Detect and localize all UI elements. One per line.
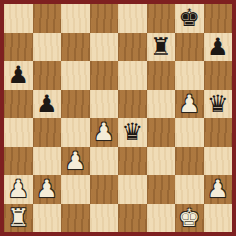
square-g2[interactable] (175, 175, 204, 204)
piece-white-rook-a1[interactable]: ♜ (7, 204, 29, 232)
square-d2[interactable] (90, 175, 119, 204)
square-d5[interactable] (90, 90, 119, 119)
square-c1[interactable] (61, 204, 90, 233)
square-a4[interactable] (4, 118, 33, 147)
square-e2[interactable] (118, 175, 147, 204)
square-f3[interactable] (147, 147, 176, 176)
square-f4[interactable] (147, 118, 176, 147)
square-a6[interactable]: ♟ (4, 61, 33, 90)
square-f5[interactable] (147, 90, 176, 119)
square-b3[interactable] (33, 147, 62, 176)
square-h5[interactable]: ♛ (204, 90, 233, 119)
square-d1[interactable] (90, 204, 119, 233)
chess-board-frame: ♚♜♟♟♟♟♛♟♛♟♟♟♟♜♚ (0, 0, 236, 236)
piece-white-pawn-h2[interactable]: ♟ (207, 175, 229, 203)
piece-black-pawn-h7[interactable]: ♟ (207, 33, 229, 61)
square-e6[interactable] (118, 61, 147, 90)
square-f1[interactable] (147, 204, 176, 233)
square-d4[interactable]: ♟ (90, 118, 119, 147)
square-f7[interactable]: ♜ (147, 33, 176, 62)
square-e3[interactable] (118, 147, 147, 176)
square-d7[interactable] (90, 33, 119, 62)
square-h7[interactable]: ♟ (204, 33, 233, 62)
square-c2[interactable] (61, 175, 90, 204)
square-g5[interactable]: ♟ (175, 90, 204, 119)
square-b4[interactable] (33, 118, 62, 147)
square-b6[interactable] (33, 61, 62, 90)
square-a5[interactable] (4, 90, 33, 119)
square-h4[interactable] (204, 118, 233, 147)
square-c3[interactable]: ♟ (61, 147, 90, 176)
square-g8[interactable]: ♚ (175, 4, 204, 33)
square-c5[interactable] (61, 90, 90, 119)
chess-board: ♚♜♟♟♟♟♛♟♛♟♟♟♟♜♚ (4, 4, 232, 232)
square-b7[interactable] (33, 33, 62, 62)
square-h2[interactable]: ♟ (204, 175, 233, 204)
square-h3[interactable] (204, 147, 233, 176)
square-e8[interactable] (118, 4, 147, 33)
square-c6[interactable] (61, 61, 90, 90)
square-d8[interactable] (90, 4, 119, 33)
square-e1[interactable] (118, 204, 147, 233)
square-c7[interactable] (61, 33, 90, 62)
piece-black-queen-h5[interactable]: ♛ (207, 90, 229, 118)
piece-white-pawn-d4[interactable]: ♟ (93, 118, 115, 146)
square-e5[interactable] (118, 90, 147, 119)
piece-white-pawn-a2[interactable]: ♟ (7, 175, 29, 203)
piece-black-king-g8[interactable]: ♚ (178, 4, 200, 32)
square-g7[interactable] (175, 33, 204, 62)
piece-black-pawn-a6[interactable]: ♟ (7, 61, 29, 89)
square-d6[interactable] (90, 61, 119, 90)
square-b5[interactable]: ♟ (33, 90, 62, 119)
square-g6[interactable] (175, 61, 204, 90)
square-b1[interactable] (33, 204, 62, 233)
piece-white-king-g1[interactable]: ♚ (178, 204, 200, 232)
square-c4[interactable] (61, 118, 90, 147)
piece-white-pawn-c3[interactable]: ♟ (64, 147, 86, 175)
square-e7[interactable] (118, 33, 147, 62)
piece-black-pawn-b5[interactable]: ♟ (36, 90, 58, 118)
square-c8[interactable] (61, 4, 90, 33)
square-a2[interactable]: ♟ (4, 175, 33, 204)
square-a7[interactable] (4, 33, 33, 62)
square-f6[interactable] (147, 61, 176, 90)
piece-white-pawn-b2[interactable]: ♟ (36, 175, 58, 203)
square-f2[interactable] (147, 175, 176, 204)
square-a3[interactable] (4, 147, 33, 176)
square-b2[interactable]: ♟ (33, 175, 62, 204)
square-b8[interactable] (33, 4, 62, 33)
square-a1[interactable]: ♜ (4, 204, 33, 233)
piece-white-pawn-g5[interactable]: ♟ (178, 90, 200, 118)
square-g1[interactable]: ♚ (175, 204, 204, 233)
square-g3[interactable] (175, 147, 204, 176)
square-f8[interactable] (147, 4, 176, 33)
square-a8[interactable] (4, 4, 33, 33)
square-g4[interactable] (175, 118, 204, 147)
square-h1[interactable] (204, 204, 233, 233)
square-e4[interactable]: ♛ (118, 118, 147, 147)
piece-black-queen-e4[interactable]: ♛ (121, 118, 143, 146)
square-d3[interactable] (90, 147, 119, 176)
piece-black-rook-f7[interactable]: ♜ (150, 33, 172, 61)
square-h6[interactable] (204, 61, 233, 90)
square-h8[interactable] (204, 4, 233, 33)
